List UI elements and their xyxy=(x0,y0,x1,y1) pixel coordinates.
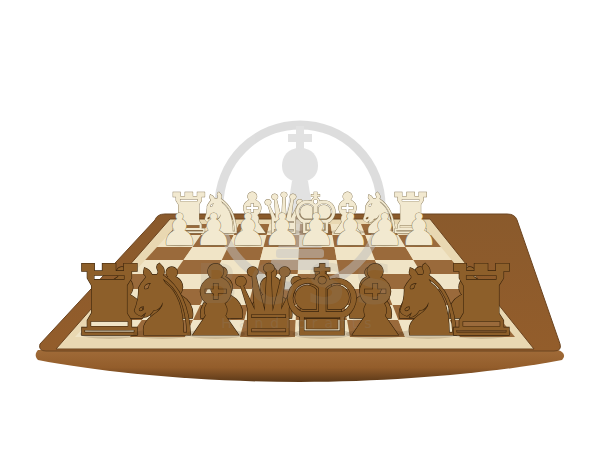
chess-set-product-photo: ♜♞♝♛♚♝♞♜♟♟♟♟♟♟♟♟♟♟♟♟♟♟♟♟♜♞♝♛♚♝♞♜ BOSS Ha… xyxy=(0,0,600,450)
piece-br-h8[interactable]: ♜ xyxy=(437,244,525,358)
chess-board: ♜♞♝♛♚♝♞♜♟♟♟♟♟♟♟♟♟♟♟♟♟♟♟♟♜♞♝♛♚♝♞♜ xyxy=(0,0,600,450)
